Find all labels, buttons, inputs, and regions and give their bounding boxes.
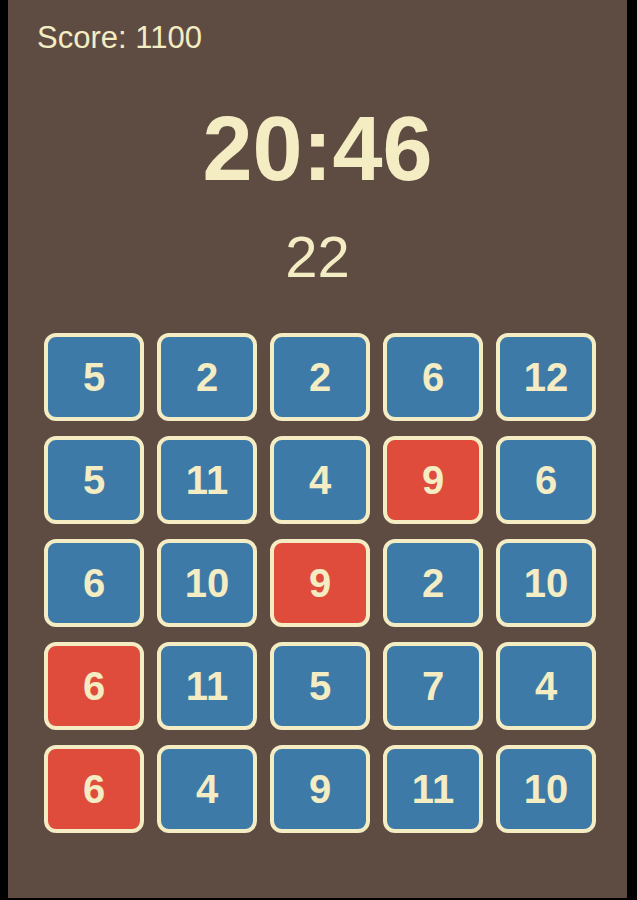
number-tile-r2c1[interactable]: 5 — [44, 436, 144, 524]
number-tile-r2c3[interactable]: 4 — [270, 436, 370, 524]
number-tile-r3c1[interactable]: 6 — [44, 539, 144, 627]
number-tile-r3c4[interactable]: 2 — [383, 539, 483, 627]
number-tile-r5c3[interactable]: 9 — [270, 745, 370, 833]
number-tile-r5c4[interactable]: 11 — [383, 745, 483, 833]
number-tile-r1c3[interactable]: 2 — [270, 333, 370, 421]
number-tile-r1c4[interactable]: 6 — [383, 333, 483, 421]
number-tile-r5c5[interactable]: 10 — [496, 745, 596, 833]
number-tile-r4c1[interactable]: 6 — [44, 642, 144, 730]
number-tile-r1c1[interactable]: 5 — [44, 333, 144, 421]
number-tile-r3c2[interactable]: 10 — [157, 539, 257, 627]
number-tile-r2c5[interactable]: 6 — [496, 436, 596, 524]
number-tile-r1c5[interactable]: 12 — [496, 333, 596, 421]
number-tile-r5c2[interactable]: 4 — [157, 745, 257, 833]
number-tile-r4c4[interactable]: 7 — [383, 642, 483, 730]
number-tile-r3c3[interactable]: 9 — [270, 539, 370, 627]
target-number: 22 — [8, 228, 627, 286]
number-tile-r4c2[interactable]: 11 — [157, 642, 257, 730]
number-tile-r5c1[interactable]: 6 — [44, 745, 144, 833]
score-label: Score: 1100 — [37, 20, 202, 56]
app-screen: Score: 1100 20:46 22 5 2 2 6 12 5 11 4 9… — [0, 0, 637, 900]
tile-board: 5 2 2 6 12 5 11 4 9 6 6 10 9 2 10 6 11 5… — [44, 333, 596, 833]
game-screen: Score: 1100 20:46 22 5 2 2 6 12 5 11 4 9… — [8, 0, 627, 898]
number-tile-r1c2[interactable]: 2 — [157, 333, 257, 421]
number-tile-r4c5[interactable]: 4 — [496, 642, 596, 730]
number-tile-r2c4[interactable]: 9 — [383, 436, 483, 524]
timer-countdown: 20:46 — [8, 104, 627, 194]
number-tile-r3c5[interactable]: 10 — [496, 539, 596, 627]
number-tile-r4c3[interactable]: 5 — [270, 642, 370, 730]
number-tile-r2c2[interactable]: 11 — [157, 436, 257, 524]
